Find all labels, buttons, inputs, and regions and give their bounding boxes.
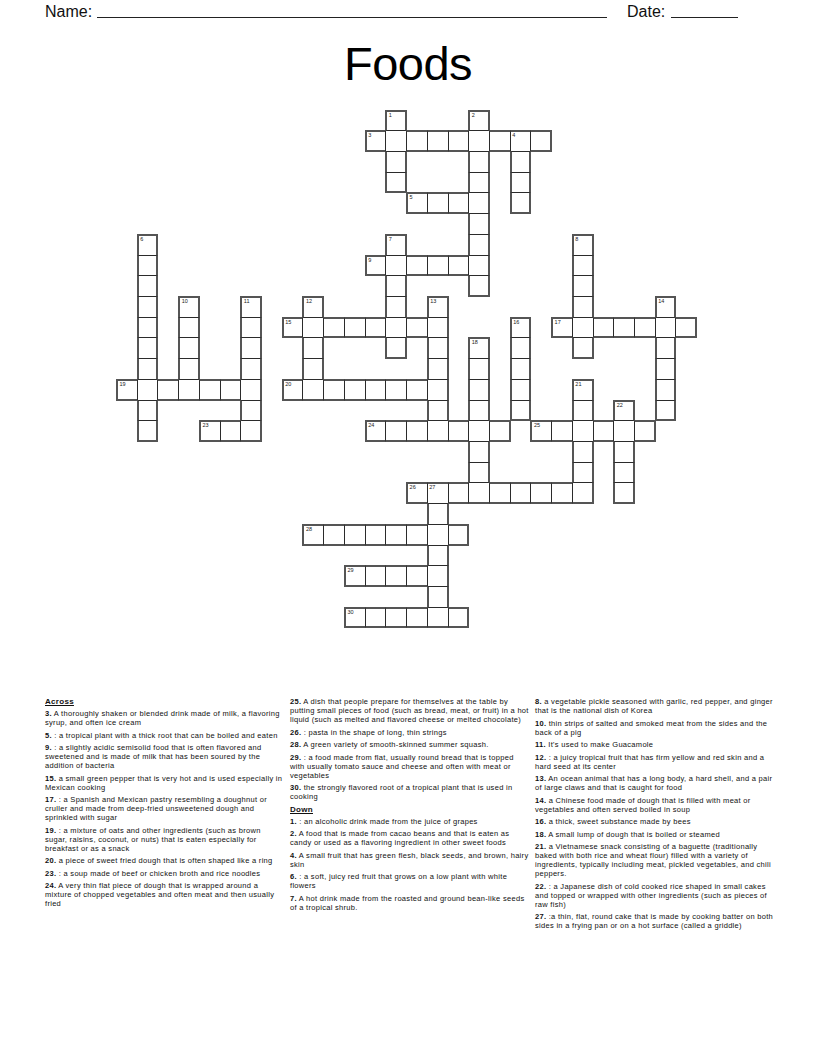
cell-r14-c17[interactable] — [468, 400, 490, 422]
cell-r20-c9[interactable]: 28 — [302, 524, 324, 546]
cell-r10-c14[interactable] — [406, 317, 428, 339]
cell-number-29: 29 — [347, 567, 353, 574]
cell-r13-c15[interactable] — [427, 379, 449, 401]
cell-r15-c24[interactable] — [613, 420, 635, 442]
cell-r13-c11[interactable] — [344, 379, 366, 401]
cell-r7-c12[interactable]: 9 — [365, 255, 387, 277]
across-header: Across — [45, 697, 285, 706]
cell-r11-c17[interactable]: 18 — [468, 337, 490, 359]
cell-r11-c15[interactable] — [427, 337, 449, 359]
cell-r24-c16[interactable] — [448, 607, 470, 629]
cell-r17-c24[interactable] — [613, 462, 635, 484]
cell-number-15: 15 — [285, 319, 291, 326]
cell-number-10: 10 — [182, 298, 188, 305]
clue-across-5: 5. : a tropical plant with a thick root … — [45, 731, 285, 740]
cell-r1-c13[interactable] — [385, 130, 407, 152]
cell-number-1: 1 — [389, 112, 392, 119]
cell-r13-c19[interactable] — [510, 379, 532, 401]
cell-number-6: 6 — [140, 236, 143, 243]
cell-r13-c26[interactable] — [655, 379, 677, 401]
cell-number-3: 3 — [368, 132, 371, 139]
cell-r24-c13[interactable] — [385, 607, 407, 629]
cell-r15-c20[interactable]: 25 — [530, 420, 552, 442]
cell-r11-c1[interactable] — [137, 337, 159, 359]
cell-r15-c6[interactable] — [240, 420, 262, 442]
clue-across-19: 19. : a mixture of oats and other ingred… — [45, 826, 285, 853]
date-input-line[interactable] — [671, 0, 738, 18]
clue-down-18: 18. A small lump of dough that is boiled… — [535, 830, 775, 839]
cell-r18-c20[interactable] — [530, 482, 552, 504]
cell-r10-c22[interactable] — [572, 317, 594, 339]
cell-r22-c13[interactable] — [385, 565, 407, 587]
cell-number-19: 19 — [120, 381, 126, 388]
cell-r15-c1[interactable] — [137, 420, 159, 442]
cell-r7-c16[interactable] — [448, 255, 470, 277]
cell-r10-c6[interactable] — [240, 317, 262, 339]
clue-across-23: 23. : a soup made of beef or chicken bro… — [45, 869, 285, 878]
clue-across-3: 3. A thoroughly shaken or blended drink … — [45, 709, 285, 727]
clue-down-12: 12. : a juicy tropical fruit that has fi… — [535, 753, 775, 771]
clue-down-1: 1. : an alcoholic drink made from the ju… — [290, 817, 530, 826]
clue-across-15: 15. a small green pepper that is very ho… — [45, 774, 285, 792]
cell-r8-c17[interactable] — [468, 275, 490, 297]
cell-r1-c15[interactable] — [427, 130, 449, 152]
cell-number-8: 8 — [575, 236, 578, 243]
cell-r13-c2[interactable] — [157, 379, 179, 401]
clue-down-22: 22. : a Japanese dish of cold cooked ric… — [535, 882, 775, 909]
cell-r12-c1[interactable] — [137, 358, 159, 380]
cell-r9-c6[interactable]: 11 — [240, 296, 262, 318]
cell-r9-c3[interactable]: 10 — [178, 296, 200, 318]
cell-number-30: 30 — [347, 609, 353, 616]
cell-r10-c21[interactable]: 17 — [551, 317, 573, 339]
cell-number-28: 28 — [306, 526, 312, 533]
cell-r18-c16[interactable] — [448, 482, 470, 504]
cell-r9-c13[interactable] — [385, 296, 407, 318]
cell-r6-c22[interactable]: 8 — [572, 234, 594, 256]
clue-down-16: 16. a thick, sweet substance made by bee… — [535, 817, 775, 826]
cell-r24-c15[interactable] — [427, 607, 449, 629]
cell-r16-c24[interactable] — [613, 441, 635, 463]
cell-r20-c10[interactable] — [323, 524, 345, 546]
cell-number-9: 9 — [368, 257, 371, 264]
cell-r15-c22[interactable] — [572, 420, 594, 442]
cell-r10-c23[interactable] — [593, 317, 615, 339]
cell-r20-c16[interactable] — [448, 524, 470, 546]
cell-r11-c6[interactable] — [240, 337, 262, 359]
cell-r4-c16[interactable] — [448, 192, 470, 214]
cell-r14-c6[interactable] — [240, 400, 262, 422]
cell-r1-c18[interactable] — [489, 130, 511, 152]
cell-number-26: 26 — [410, 484, 416, 491]
cell-r15-c23[interactable] — [593, 420, 615, 442]
cell-r18-c22[interactable] — [572, 482, 594, 504]
cell-r21-c15[interactable] — [427, 545, 449, 567]
cell-r2-c19[interactable] — [510, 151, 532, 173]
cell-r14-c24[interactable]: 22 — [613, 400, 635, 422]
cell-r12-c6[interactable] — [240, 358, 262, 380]
cell-r4-c15[interactable] — [427, 192, 449, 214]
cell-r18-c18[interactable] — [489, 482, 511, 504]
cell-r19-c15[interactable] — [427, 503, 449, 525]
cell-r8-c1[interactable] — [137, 275, 159, 297]
cell-r9-c22[interactable] — [572, 296, 594, 318]
cell-r18-c14[interactable]: 26 — [406, 482, 428, 504]
clue-down-11: 11. It's used to make Guacamole — [535, 740, 775, 749]
clue-across-28: 28. A green variety of smooth-skinned su… — [290, 740, 530, 749]
cell-r22-c15[interactable] — [427, 565, 449, 587]
cell-r13-c22[interactable]: 21 — [572, 379, 594, 401]
cell-r15-c21[interactable] — [551, 420, 573, 442]
cell-r10-c24[interactable] — [613, 317, 635, 339]
cell-number-14: 14 — [658, 298, 664, 305]
cell-number-27: 27 — [429, 484, 435, 491]
cell-number-16: 16 — [513, 319, 519, 326]
cell-r18-c17[interactable] — [468, 482, 490, 504]
cell-r12-c19[interactable] — [510, 358, 532, 380]
cell-r6-c1[interactable]: 6 — [137, 234, 159, 256]
cell-r15-c15[interactable] — [427, 420, 449, 442]
cell-number-25: 25 — [534, 422, 540, 429]
cell-r10-c26[interactable] — [655, 317, 677, 339]
cell-r2-c17[interactable] — [468, 151, 490, 173]
cell-r15-c12[interactable]: 24 — [365, 420, 387, 442]
clue-down-7: 7. A hot drink made from the roasted and… — [290, 894, 530, 912]
clue-down-2: 2. A food that is made from cacao beans … — [290, 829, 530, 847]
cell-r7-c15[interactable] — [427, 255, 449, 277]
cell-r17-c22[interactable] — [572, 462, 594, 484]
cell-r0-c13[interactable]: 1 — [385, 110, 407, 132]
cell-r12-c26[interactable] — [655, 358, 677, 380]
cell-r10-c13[interactable] — [385, 317, 407, 339]
cell-r7-c17[interactable] — [468, 255, 490, 277]
clue-down-14: 14. a Chinese food made of dough that is… — [535, 796, 775, 814]
cell-r14-c1[interactable] — [137, 400, 159, 422]
cell-r18-c21[interactable] — [551, 482, 573, 504]
cell-r16-c22[interactable] — [572, 441, 594, 463]
cell-r11-c9[interactable] — [302, 337, 324, 359]
cell-r18-c24[interactable] — [613, 482, 635, 504]
cell-r0-c17[interactable]: 2 — [468, 110, 490, 132]
cell-number-7: 7 — [389, 236, 392, 243]
cell-r9-c1[interactable] — [137, 296, 159, 318]
cell-number-2: 2 — [472, 112, 475, 119]
cell-r13-c13[interactable] — [385, 379, 407, 401]
cell-number-5: 5 — [410, 194, 413, 201]
cell-r4-c17[interactable] — [468, 192, 490, 214]
cell-r11-c3[interactable] — [178, 337, 200, 359]
cell-number-24: 24 — [368, 422, 374, 429]
cell-r10-c3[interactable] — [178, 317, 200, 339]
cell-r15-c16[interactable] — [448, 420, 470, 442]
cell-r13-c14[interactable] — [406, 379, 428, 401]
puzzle-title: Foods — [0, 36, 816, 91]
cell-r13-c17[interactable] — [468, 379, 490, 401]
cell-r15-c13[interactable] — [385, 420, 407, 442]
cell-r13-c9[interactable] — [302, 379, 324, 401]
cell-r15-c25[interactable] — [634, 420, 656, 442]
crossword-worksheet-page: Name: Date: Foods 3459151719202324252627… — [0, 0, 816, 1056]
cell-number-12: 12 — [306, 298, 312, 305]
cell-r1-c16[interactable] — [448, 130, 470, 152]
cell-r1-c19[interactable]: 4 — [510, 130, 532, 152]
cell-r5-c17[interactable] — [468, 213, 490, 235]
cell-r13-c12[interactable] — [365, 379, 387, 401]
cell-r13-c3[interactable] — [178, 379, 200, 401]
crossword-grid: 3459151719202324252627282930126781011121… — [117, 110, 697, 628]
cell-r10-c25[interactable] — [634, 317, 656, 339]
cell-number-11: 11 — [244, 298, 250, 305]
clue-down-10: 10. thin strips of salted and smoked mea… — [535, 719, 775, 737]
cell-r22-c11[interactable]: 29 — [344, 565, 366, 587]
cell-r8-c13[interactable] — [385, 275, 407, 297]
clue-across-30: 30. the strongly flavored root of a trop… — [290, 783, 530, 801]
cell-r22-c12[interactable] — [365, 565, 387, 587]
cell-number-21: 21 — [575, 381, 581, 388]
clue-column-1: Across3. A thoroughly shaken or blended … — [45, 697, 285, 912]
cell-r9-c26[interactable]: 14 — [655, 296, 677, 318]
cell-r13-c4[interactable] — [199, 379, 221, 401]
cell-r4-c14[interactable]: 5 — [406, 192, 428, 214]
cell-r11-c13[interactable] — [385, 337, 407, 359]
cell-r11-c22[interactable] — [572, 337, 594, 359]
cell-r18-c15[interactable]: 27 — [427, 482, 449, 504]
cell-r15-c14[interactable] — [406, 420, 428, 442]
cell-r7-c1[interactable] — [137, 255, 159, 277]
cell-r20-c15[interactable] — [427, 524, 449, 546]
cell-r10-c12[interactable] — [365, 317, 387, 339]
cell-r10-c27[interactable] — [675, 317, 697, 339]
cell-r12-c17[interactable] — [468, 358, 490, 380]
cell-r11-c26[interactable] — [655, 337, 677, 359]
date-label: Date: — [627, 3, 665, 21]
cell-r14-c15[interactable] — [427, 400, 449, 422]
cell-r18-c19[interactable] — [510, 482, 532, 504]
name-input-line[interactable] — [97, 0, 607, 18]
cell-r22-c14[interactable] — [406, 565, 428, 587]
clue-down-4: 4. A small fruit that has green flesh, b… — [290, 851, 530, 869]
cell-r9-c15[interactable]: 13 — [427, 296, 449, 318]
clue-down-27: 27. :a thin, flat, round cake that is ma… — [535, 912, 775, 930]
clue-across-20: 20. a piece of sweet fried dough that is… — [45, 856, 285, 865]
cell-number-23: 23 — [202, 422, 208, 429]
cell-r10-c19[interactable]: 16 — [510, 317, 532, 339]
cell-r11-c19[interactable] — [510, 337, 532, 359]
cell-r13-c1[interactable] — [137, 379, 159, 401]
cell-r10-c8[interactable]: 15 — [282, 317, 304, 339]
cell-number-13: 13 — [430, 298, 436, 305]
cell-r13-c5[interactable] — [220, 379, 242, 401]
cell-r12-c3[interactable] — [178, 358, 200, 380]
cell-r14-c22[interactable] — [572, 400, 594, 422]
clue-down-8: 8. a vegetable pickle seasoned with garl… — [535, 697, 775, 715]
cell-number-20: 20 — [285, 381, 291, 388]
cell-r1-c12[interactable]: 3 — [365, 130, 387, 152]
cell-r24-c12[interactable] — [365, 607, 387, 629]
clue-down-21: 21. a Vietnamese snack consisting of a b… — [535, 842, 775, 878]
down-header: Down — [290, 805, 530, 814]
name-label: Name: — [45, 3, 92, 21]
cell-r10-c1[interactable] — [137, 317, 159, 339]
cell-r3-c19[interactable] — [510, 172, 532, 194]
cell-r3-c13[interactable] — [385, 172, 407, 194]
cell-number-22: 22 — [617, 402, 623, 409]
cell-r10-c9[interactable] — [302, 317, 324, 339]
cell-r20-c11[interactable] — [344, 524, 366, 546]
cell-r1-c17[interactable] — [468, 130, 490, 152]
cell-r15-c5[interactable] — [220, 420, 242, 442]
cell-r9-c9[interactable]: 12 — [302, 296, 324, 318]
clue-across-26: 26. : pasta in the shape of long, thin s… — [290, 728, 530, 737]
cell-r20-c13[interactable] — [385, 524, 407, 546]
cell-r13-c8[interactable]: 20 — [282, 379, 304, 401]
cell-r1-c20[interactable] — [530, 130, 552, 152]
clue-down-13: 13. An ocean animal that has a long body… — [535, 774, 775, 792]
clue-column-2: 25. A dish that people prepare for thems… — [290, 697, 530, 915]
cell-r6-c17[interactable] — [468, 234, 490, 256]
clue-across-29: 29. : a food made from flat, usually rou… — [290, 753, 530, 780]
cell-r24-c11[interactable]: 30 — [344, 607, 366, 629]
cell-r23-c15[interactable] — [427, 586, 449, 608]
clue-across-24: 24. A very thin flat piece of dough that… — [45, 881, 285, 908]
clue-across-17: 17. : a Spanish and Mexican pastry resem… — [45, 795, 285, 822]
cell-number-4: 4 — [512, 132, 515, 139]
cell-r8-c22[interactable] — [572, 275, 594, 297]
cell-r7-c22[interactable] — [572, 255, 594, 277]
cell-r20-c14[interactable] — [406, 524, 428, 546]
cell-r3-c17[interactable] — [468, 172, 490, 194]
cell-r6-c13[interactable]: 7 — [385, 234, 407, 256]
cell-r10-c15[interactable] — [427, 317, 449, 339]
cell-r15-c17[interactable] — [468, 420, 490, 442]
cell-r10-c10[interactable] — [323, 317, 345, 339]
clue-across-9: 9. : a slightly acidic semisolid food th… — [45, 743, 285, 770]
cell-r12-c9[interactable] — [302, 358, 324, 380]
cell-r16-c17[interactable] — [468, 441, 490, 463]
cell-r20-c12[interactable] — [365, 524, 387, 546]
cell-r17-c17[interactable] — [468, 462, 490, 484]
cell-r7-c13[interactable] — [385, 255, 407, 277]
cell-r15-c18[interactable] — [489, 420, 511, 442]
cell-r14-c19[interactable] — [510, 400, 532, 422]
cell-r12-c15[interactable] — [427, 358, 449, 380]
cell-r13-c0[interactable]: 19 — [116, 379, 138, 401]
cell-number-18: 18 — [472, 339, 478, 346]
clue-column-3: 8. a vegetable pickle seasoned with garl… — [535, 697, 775, 934]
cell-r24-c14[interactable] — [406, 607, 428, 629]
cell-r14-c26[interactable] — [655, 400, 677, 422]
cell-r13-c6[interactable] — [240, 379, 262, 401]
cell-r1-c14[interactable] — [406, 130, 428, 152]
cell-r15-c4[interactable]: 23 — [199, 420, 221, 442]
cell-r4-c19[interactable] — [510, 192, 532, 214]
clue-down-6: 6. : a soft, juicy red fruit that grows … — [290, 872, 530, 890]
cell-r13-c10[interactable] — [323, 379, 345, 401]
cell-number-17: 17 — [555, 319, 561, 326]
clue-across-25: 25. A dish that people prepare for thems… — [290, 697, 530, 724]
cell-r10-c11[interactable] — [344, 317, 366, 339]
cell-r7-c14[interactable] — [406, 255, 428, 277]
cell-r2-c13[interactable] — [385, 151, 407, 173]
